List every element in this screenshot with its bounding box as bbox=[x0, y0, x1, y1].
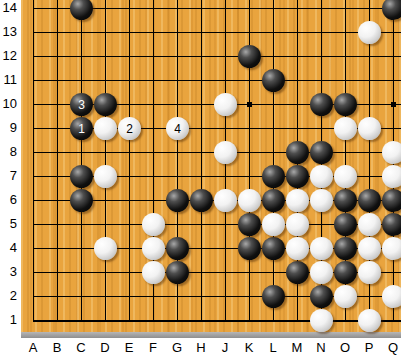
black-stone-c9[interactable]: 1 bbox=[70, 117, 93, 140]
white-stone-p5[interactable] bbox=[358, 213, 381, 236]
move-number-label-2: 2 bbox=[126, 123, 133, 135]
go-board-viewport: 31241413121110987654321ABCDEFGHJKLMNOPQ bbox=[0, 0, 401, 356]
white-stone-f4[interactable] bbox=[142, 237, 165, 260]
black-stone-g4[interactable] bbox=[166, 237, 189, 260]
row-label-9: 9 bbox=[0, 120, 17, 136]
white-stone-o2[interactable] bbox=[334, 285, 357, 308]
white-stone-m5[interactable] bbox=[286, 213, 309, 236]
black-stone-c6[interactable] bbox=[70, 189, 93, 212]
white-stone-e9[interactable]: 2 bbox=[118, 117, 141, 140]
grid-vertical-line-L bbox=[273, 0, 274, 322]
black-stone-g6[interactable] bbox=[166, 189, 189, 212]
grid-vertical-line-B bbox=[57, 0, 58, 322]
black-stone-q14[interactable] bbox=[382, 0, 401, 20]
row-label-8: 8 bbox=[0, 144, 17, 160]
row-label-11: 11 bbox=[0, 72, 17, 88]
row-label-3: 3 bbox=[0, 264, 17, 280]
white-stone-o9[interactable] bbox=[334, 117, 357, 140]
move-number-label-3: 3 bbox=[78, 99, 85, 111]
white-stone-p3[interactable] bbox=[358, 261, 381, 284]
white-stone-f5[interactable] bbox=[142, 213, 165, 236]
col-label-o: O bbox=[335, 341, 355, 355]
col-label-g: G bbox=[167, 341, 187, 355]
black-stone-k12[interactable] bbox=[238, 45, 261, 68]
grid-horizontal-line-11 bbox=[33, 80, 401, 81]
black-stone-n10[interactable] bbox=[310, 93, 333, 116]
row-label-13: 13 bbox=[0, 24, 17, 40]
black-stone-l2[interactable] bbox=[262, 285, 285, 308]
grid-vertical-line-E bbox=[129, 0, 130, 322]
white-stone-d9[interactable] bbox=[94, 117, 117, 140]
white-stone-p1[interactable] bbox=[358, 309, 381, 332]
col-label-b: B bbox=[47, 341, 67, 355]
col-label-p: P bbox=[359, 341, 379, 355]
black-stone-l4[interactable] bbox=[262, 237, 285, 260]
col-label-e: E bbox=[119, 341, 139, 355]
black-stone-m3[interactable] bbox=[286, 261, 309, 284]
black-stone-c7[interactable] bbox=[70, 165, 93, 188]
black-stone-k4[interactable] bbox=[238, 237, 261, 260]
white-stone-k6[interactable] bbox=[238, 189, 261, 212]
row-label-4: 4 bbox=[0, 240, 17, 256]
row-label-5: 5 bbox=[0, 216, 17, 232]
white-stone-f3[interactable] bbox=[142, 261, 165, 284]
white-stone-n7[interactable] bbox=[310, 165, 333, 188]
white-stone-o7[interactable] bbox=[334, 165, 357, 188]
white-stone-j8[interactable] bbox=[214, 141, 237, 164]
black-stone-c10[interactable]: 3 bbox=[70, 93, 93, 116]
white-stone-p9[interactable] bbox=[358, 117, 381, 140]
white-stone-m4[interactable] bbox=[286, 237, 309, 260]
grid-vertical-line-C bbox=[81, 0, 82, 322]
move-number-label-4: 4 bbox=[174, 123, 181, 135]
black-stone-o6[interactable] bbox=[334, 189, 357, 212]
black-stone-l7[interactable] bbox=[262, 165, 285, 188]
black-stone-q6[interactable] bbox=[382, 189, 401, 212]
col-label-h: H bbox=[191, 341, 211, 355]
black-stone-m7[interactable] bbox=[286, 165, 309, 188]
col-label-k: K bbox=[239, 341, 259, 355]
grid-vertical-line-A bbox=[33, 0, 34, 322]
black-stone-o4[interactable] bbox=[334, 237, 357, 260]
black-stone-n8[interactable] bbox=[310, 141, 333, 164]
black-stone-l6[interactable] bbox=[262, 189, 285, 212]
white-stone-q4[interactable] bbox=[382, 237, 401, 260]
black-stone-g3[interactable] bbox=[166, 261, 189, 284]
black-stone-k5[interactable] bbox=[238, 213, 261, 236]
white-stone-l5[interactable] bbox=[262, 213, 285, 236]
black-stone-h6[interactable] bbox=[190, 189, 213, 212]
row-label-10: 10 bbox=[0, 96, 17, 112]
white-stone-p13[interactable] bbox=[358, 21, 381, 44]
black-stone-o3[interactable] bbox=[334, 261, 357, 284]
black-stone-o10[interactable] bbox=[334, 93, 357, 116]
grid-vertical-line-H bbox=[201, 0, 202, 322]
black-stone-q5[interactable] bbox=[382, 213, 401, 236]
white-stone-j6[interactable] bbox=[214, 189, 237, 212]
star-point-q10 bbox=[391, 102, 396, 107]
col-label-c: C bbox=[71, 341, 91, 355]
black-stone-p6[interactable] bbox=[358, 189, 381, 212]
row-label-6: 6 bbox=[0, 192, 17, 208]
grid-horizontal-line-13 bbox=[33, 32, 401, 33]
row-label-2: 2 bbox=[0, 288, 17, 304]
row-label-7: 7 bbox=[0, 168, 17, 184]
col-label-f: F bbox=[143, 341, 163, 355]
black-stone-n2[interactable] bbox=[310, 285, 333, 308]
white-stone-n6[interactable] bbox=[310, 189, 333, 212]
black-stone-d10[interactable] bbox=[94, 93, 117, 116]
black-stone-l11[interactable] bbox=[262, 69, 285, 92]
grid-vertical-line-D bbox=[105, 0, 106, 322]
white-stone-n1[interactable] bbox=[310, 309, 333, 332]
white-stone-d4[interactable] bbox=[94, 237, 117, 260]
grid-horizontal-line-1 bbox=[33, 320, 401, 322]
white-stone-m6[interactable] bbox=[286, 189, 309, 212]
white-stone-q7[interactable] bbox=[382, 165, 401, 188]
board-bottom-edge bbox=[21, 332, 401, 338]
col-label-d: D bbox=[95, 341, 115, 355]
col-label-l: L bbox=[263, 341, 283, 355]
col-label-j: J bbox=[215, 341, 235, 355]
white-stone-j10[interactable] bbox=[214, 93, 237, 116]
white-stone-q8[interactable] bbox=[382, 141, 401, 164]
white-stone-g9[interactable]: 4 bbox=[166, 117, 189, 140]
row-label-12: 12 bbox=[0, 48, 17, 64]
row-label-14: 14 bbox=[0, 0, 17, 16]
black-stone-o5[interactable] bbox=[334, 213, 357, 236]
col-label-m: M bbox=[287, 341, 307, 355]
move-number-label-1: 1 bbox=[78, 123, 85, 135]
col-label-n: N bbox=[311, 341, 331, 355]
col-label-a: A bbox=[23, 341, 43, 355]
black-stone-m8[interactable] bbox=[286, 141, 309, 164]
white-stone-n4[interactable] bbox=[310, 237, 333, 260]
star-point-k10 bbox=[247, 102, 252, 107]
col-label-q: Q bbox=[383, 341, 401, 355]
white-stone-q2[interactable] bbox=[382, 285, 401, 308]
white-stone-p4[interactable] bbox=[358, 237, 381, 260]
row-label-1: 1 bbox=[0, 312, 17, 328]
white-stone-d7[interactable] bbox=[94, 165, 117, 188]
grid-horizontal-line-12 bbox=[33, 56, 401, 57]
white-stone-n3[interactable] bbox=[310, 261, 333, 284]
